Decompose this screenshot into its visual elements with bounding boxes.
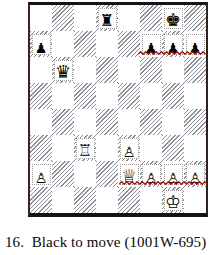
square-d5 xyxy=(96,83,118,109)
square-e7 xyxy=(118,31,140,57)
spellcheck-squiggle-rank2 xyxy=(119,181,208,185)
square-d8: ♜ xyxy=(96,5,118,31)
square-f6 xyxy=(140,57,162,83)
square-d2 xyxy=(96,161,118,187)
black-rook-glyph: ♜ xyxy=(100,12,114,28)
square-g6 xyxy=(162,57,184,83)
square-c5 xyxy=(74,83,96,109)
diagram-caption: 16. Black to move (1001W-695) xyxy=(5,234,220,251)
black-queen-glyph: ♛ xyxy=(55,62,71,80)
square-b3 xyxy=(52,135,74,161)
piece-white-pawn: ♙ xyxy=(120,138,139,159)
square-c3: ♖ xyxy=(74,135,96,161)
square-e6 xyxy=(118,57,140,83)
square-c4 xyxy=(74,109,96,135)
black-pawn-glyph: ♟ xyxy=(35,40,48,54)
square-g3 xyxy=(162,135,184,161)
square-e4 xyxy=(118,109,140,135)
square-h6 xyxy=(184,57,206,83)
square-d3 xyxy=(96,135,118,161)
square-f5 xyxy=(140,83,162,109)
square-b2 xyxy=(52,161,74,187)
square-e1 xyxy=(118,187,140,213)
square-f1 xyxy=(140,187,162,213)
square-b4 xyxy=(52,109,74,135)
square-b8 xyxy=(52,5,74,31)
piece-white-rook: ♖ xyxy=(76,138,95,159)
square-h1 xyxy=(184,187,206,213)
square-d6 xyxy=(96,57,118,83)
white-pawn-glyph: ♙ xyxy=(35,170,48,184)
square-a7: ♟ xyxy=(30,31,52,57)
square-f8 xyxy=(140,5,162,31)
white-king-glyph: ♔ xyxy=(165,192,181,210)
square-b5 xyxy=(52,83,74,109)
square-g1: ♔ xyxy=(162,187,184,213)
piece-black-king: ♚ xyxy=(164,8,183,29)
piece-black-queen: ♛ xyxy=(54,60,73,81)
square-g8: ♚ xyxy=(162,5,184,31)
square-h8 xyxy=(184,5,206,31)
square-d4 xyxy=(96,109,118,135)
square-c7 xyxy=(74,31,96,57)
piece-white-king: ♔ xyxy=(164,190,183,211)
square-a1 xyxy=(30,187,52,213)
square-c8 xyxy=(74,5,96,31)
square-d1 xyxy=(96,187,118,213)
square-h5 xyxy=(184,83,206,109)
square-h3 xyxy=(184,135,206,161)
white-pawn-glyph: ♙ xyxy=(123,144,136,158)
spellcheck-squiggle-rank7 xyxy=(138,51,208,55)
diagram-page: ♜♚♟♟♟♟♛♖♙♙♕♙♙♙♔ 16. Black to move (1001W… xyxy=(0,0,222,255)
square-f3 xyxy=(140,135,162,161)
square-d7 xyxy=(96,31,118,57)
square-e3: ♙ xyxy=(118,135,140,161)
square-c6 xyxy=(74,57,96,83)
square-e8 xyxy=(118,5,140,31)
black-king-glyph: ♚ xyxy=(165,10,181,28)
square-c2 xyxy=(74,161,96,187)
square-a4 xyxy=(30,109,52,135)
square-c1 xyxy=(74,187,96,213)
square-g4 xyxy=(162,109,184,135)
square-a5 xyxy=(30,83,52,109)
piece-white-pawn: ♙ xyxy=(32,164,51,185)
piece-black-pawn: ♟ xyxy=(32,34,51,55)
square-f4 xyxy=(140,109,162,135)
square-g5 xyxy=(162,83,184,109)
piece-black-rook: ♜ xyxy=(98,8,117,29)
square-a8 xyxy=(30,5,52,31)
white-rook-glyph: ♖ xyxy=(78,142,92,158)
square-a3 xyxy=(30,135,52,161)
square-b1 xyxy=(52,187,74,213)
square-h4 xyxy=(184,109,206,135)
square-e5 xyxy=(118,83,140,109)
square-b6: ♛ xyxy=(52,57,74,83)
square-b7 xyxy=(52,31,74,57)
square-a2: ♙ xyxy=(30,161,52,187)
square-a6 xyxy=(30,57,52,83)
